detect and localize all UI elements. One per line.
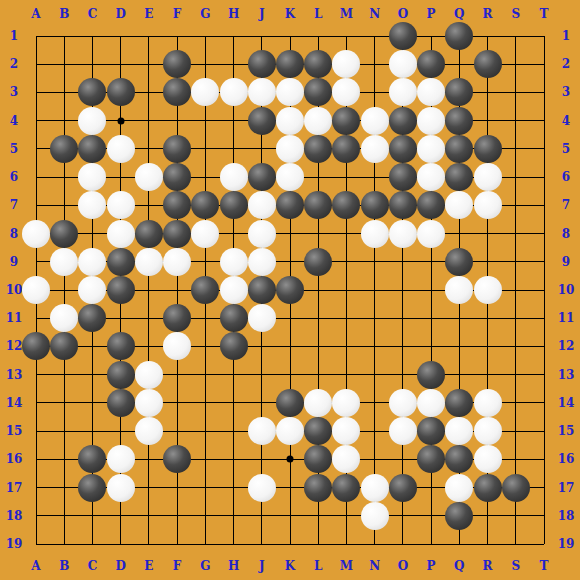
stone-white-H10 xyxy=(220,276,248,304)
column-label-top-J: J xyxy=(259,8,265,20)
column-label-bottom-D: D xyxy=(115,560,125,572)
row-label-left-16: 16 xyxy=(6,453,23,465)
stone-black-O17 xyxy=(389,474,417,502)
stone-black-A12 xyxy=(22,332,50,360)
stone-black-O7 xyxy=(389,191,417,219)
stone-white-R7 xyxy=(474,191,502,219)
stone-black-D14 xyxy=(107,389,135,417)
stone-white-R15 xyxy=(474,417,502,445)
stone-black-B5 xyxy=(50,135,78,163)
stone-white-G8 xyxy=(191,220,219,248)
stone-black-C17 xyxy=(78,474,106,502)
stone-white-P6 xyxy=(417,163,445,191)
row-label-right-17: 17 xyxy=(558,482,575,494)
stone-black-O4 xyxy=(389,107,417,135)
stone-white-J11 xyxy=(248,304,276,332)
stone-black-L16 xyxy=(304,445,332,473)
stone-white-C9 xyxy=(78,248,106,276)
stone-white-M14 xyxy=(332,389,360,417)
go-board[interactable]: ABCDEFGHJKLMNOPQRST ABCDEFGHJKLMNOPQRST … xyxy=(0,0,580,580)
stone-white-H6 xyxy=(220,163,248,191)
column-label-top-C: C xyxy=(88,8,98,20)
column-label-bottom-F: F xyxy=(173,560,182,572)
row-label-left-3: 3 xyxy=(10,86,18,98)
row-label-right-8: 8 xyxy=(562,228,570,240)
stone-black-F3 xyxy=(163,78,191,106)
row-label-left-2: 2 xyxy=(10,58,18,70)
column-label-bottom-L: L xyxy=(314,560,322,572)
stone-black-F5 xyxy=(163,135,191,163)
row-label-left-15: 15 xyxy=(6,425,23,437)
stone-white-K15 xyxy=(276,417,304,445)
column-label-top-F: F xyxy=(173,8,182,20)
stone-black-D3 xyxy=(107,78,135,106)
stone-black-Q3 xyxy=(445,78,473,106)
stone-black-D13 xyxy=(107,361,135,389)
stone-white-E15 xyxy=(135,417,163,445)
row-label-left-6: 6 xyxy=(10,171,18,183)
stone-black-R5 xyxy=(474,135,502,163)
stone-white-C10 xyxy=(78,276,106,304)
stone-black-L2 xyxy=(304,50,332,78)
column-label-top-B: B xyxy=(59,8,69,20)
star-point-d4 xyxy=(117,117,124,124)
stone-black-J2 xyxy=(248,50,276,78)
stone-black-R17 xyxy=(474,474,502,502)
stone-white-P4 xyxy=(417,107,445,135)
stone-black-H11 xyxy=(220,304,248,332)
stone-black-L5 xyxy=(304,135,332,163)
stone-black-D10 xyxy=(107,276,135,304)
stone-white-P3 xyxy=(417,78,445,106)
row-label-right-7: 7 xyxy=(562,199,570,211)
stone-white-D5 xyxy=(107,135,135,163)
stone-white-B9 xyxy=(50,248,78,276)
stone-black-J6 xyxy=(248,163,276,191)
stone-white-B11 xyxy=(50,304,78,332)
stone-black-C11 xyxy=(78,304,106,332)
stone-black-J10 xyxy=(248,276,276,304)
stone-white-J7 xyxy=(248,191,276,219)
stone-white-D8 xyxy=(107,220,135,248)
column-label-top-R: R xyxy=(483,8,493,20)
column-label-top-T: T xyxy=(540,8,549,20)
stone-black-K10 xyxy=(276,276,304,304)
stone-white-R10 xyxy=(474,276,502,304)
grid-line-vertical xyxy=(544,36,545,544)
stone-white-C6 xyxy=(78,163,106,191)
row-label-left-19: 19 xyxy=(6,538,23,550)
row-label-right-10: 10 xyxy=(558,284,575,296)
stone-white-L4 xyxy=(304,107,332,135)
row-label-left-4: 4 xyxy=(10,115,18,127)
stone-white-E9 xyxy=(135,248,163,276)
row-label-left-12: 12 xyxy=(6,340,23,352)
stone-black-Q6 xyxy=(445,163,473,191)
column-label-top-M: M xyxy=(340,8,353,20)
stone-black-D9 xyxy=(107,248,135,276)
stone-black-M4 xyxy=(332,107,360,135)
row-label-right-1: 1 xyxy=(562,30,570,42)
stone-black-E8 xyxy=(135,220,163,248)
row-label-left-5: 5 xyxy=(10,143,18,155)
row-label-left-8: 8 xyxy=(10,228,18,240)
column-label-bottom-R: R xyxy=(483,560,493,572)
stone-black-F8 xyxy=(163,220,191,248)
row-label-right-15: 15 xyxy=(558,425,575,437)
stone-black-F6 xyxy=(163,163,191,191)
stone-black-F7 xyxy=(163,191,191,219)
column-label-bottom-E: E xyxy=(144,560,153,572)
stone-white-O8 xyxy=(389,220,417,248)
row-label-right-3: 3 xyxy=(562,86,570,98)
column-label-bottom-M: M xyxy=(340,560,353,572)
grid-line-vertical xyxy=(515,36,516,544)
row-label-right-18: 18 xyxy=(558,510,575,522)
stone-black-G7 xyxy=(191,191,219,219)
stone-white-Q17 xyxy=(445,474,473,502)
stone-white-N5 xyxy=(361,135,389,163)
stone-white-O2 xyxy=(389,50,417,78)
stone-white-N8 xyxy=(361,220,389,248)
stone-white-P5 xyxy=(417,135,445,163)
stone-black-H7 xyxy=(220,191,248,219)
row-label-left-18: 18 xyxy=(6,510,23,522)
row-label-left-13: 13 xyxy=(6,369,23,381)
stone-black-J4 xyxy=(248,107,276,135)
column-label-top-D: D xyxy=(115,8,125,20)
stone-white-N17 xyxy=(361,474,389,502)
stone-white-P14 xyxy=(417,389,445,417)
grid-line-horizontal xyxy=(36,318,544,319)
stone-white-O3 xyxy=(389,78,417,106)
stone-white-J3 xyxy=(248,78,276,106)
stone-white-E6 xyxy=(135,163,163,191)
row-label-left-11: 11 xyxy=(6,312,23,324)
stone-white-O15 xyxy=(389,417,417,445)
stone-white-A10 xyxy=(22,276,50,304)
row-label-left-9: 9 xyxy=(10,256,18,268)
stone-black-M17 xyxy=(332,474,360,502)
row-label-right-2: 2 xyxy=(562,58,570,70)
stone-black-L7 xyxy=(304,191,332,219)
row-label-left-7: 7 xyxy=(10,199,18,211)
star-point-k16 xyxy=(287,456,294,463)
stone-white-E14 xyxy=(135,389,163,417)
column-label-bottom-T: T xyxy=(540,560,549,572)
stone-white-M15 xyxy=(332,417,360,445)
stone-white-P8 xyxy=(417,220,445,248)
stone-white-G3 xyxy=(191,78,219,106)
column-label-top-L: L xyxy=(314,8,322,20)
row-label-right-19: 19 xyxy=(558,538,575,550)
stone-black-L9 xyxy=(304,248,332,276)
stone-black-Q16 xyxy=(445,445,473,473)
stone-black-F11 xyxy=(163,304,191,332)
column-label-top-Q: Q xyxy=(454,8,464,20)
stone-black-G10 xyxy=(191,276,219,304)
stone-black-P13 xyxy=(417,361,445,389)
stone-white-K5 xyxy=(276,135,304,163)
column-label-bottom-G: G xyxy=(200,560,210,572)
column-label-bottom-Q: Q xyxy=(454,560,464,572)
stone-black-C5 xyxy=(78,135,106,163)
stone-white-J8 xyxy=(248,220,276,248)
stone-white-H3 xyxy=(220,78,248,106)
stone-white-F9 xyxy=(163,248,191,276)
stone-black-K14 xyxy=(276,389,304,417)
stone-white-K3 xyxy=(276,78,304,106)
stone-black-B12 xyxy=(50,332,78,360)
stone-white-N4 xyxy=(361,107,389,135)
stone-white-L14 xyxy=(304,389,332,417)
row-label-left-10: 10 xyxy=(6,284,23,296)
stone-white-Q10 xyxy=(445,276,473,304)
row-label-right-14: 14 xyxy=(558,397,575,409)
stone-white-A8 xyxy=(22,220,50,248)
stone-black-K2 xyxy=(276,50,304,78)
stone-white-N18 xyxy=(361,502,389,530)
stone-white-M3 xyxy=(332,78,360,106)
column-label-top-E: E xyxy=(144,8,153,20)
stone-black-Q1 xyxy=(445,22,473,50)
stone-black-S17 xyxy=(502,474,530,502)
stone-black-P7 xyxy=(417,191,445,219)
row-label-right-11: 11 xyxy=(558,312,575,324)
stone-black-O5 xyxy=(389,135,417,163)
column-label-bottom-J: J xyxy=(259,560,265,572)
stone-black-L17 xyxy=(304,474,332,502)
stone-black-O1 xyxy=(389,22,417,50)
stone-black-P15 xyxy=(417,417,445,445)
stone-black-H12 xyxy=(220,332,248,360)
row-label-left-14: 14 xyxy=(6,397,23,409)
column-label-bottom-N: N xyxy=(369,560,380,572)
column-label-top-H: H xyxy=(228,8,239,20)
row-label-left-17: 17 xyxy=(6,482,23,494)
stone-black-M7 xyxy=(332,191,360,219)
row-label-right-6: 6 xyxy=(562,171,570,183)
stone-white-H9 xyxy=(220,248,248,276)
stone-white-F12 xyxy=(163,332,191,360)
column-label-top-S: S xyxy=(511,8,520,20)
column-label-bottom-B: B xyxy=(59,560,69,572)
stone-white-R16 xyxy=(474,445,502,473)
grid-line-horizontal xyxy=(36,544,544,545)
stone-white-D16 xyxy=(107,445,135,473)
row-label-right-5: 5 xyxy=(562,143,570,155)
stone-white-Q7 xyxy=(445,191,473,219)
stone-white-J15 xyxy=(248,417,276,445)
stone-black-O6 xyxy=(389,163,417,191)
stone-white-E13 xyxy=(135,361,163,389)
stone-black-C16 xyxy=(78,445,106,473)
stone-black-L15 xyxy=(304,417,332,445)
stone-white-M16 xyxy=(332,445,360,473)
stone-black-N7 xyxy=(361,191,389,219)
stone-white-D17 xyxy=(107,474,135,502)
stone-black-Q18 xyxy=(445,502,473,530)
column-label-bottom-K: K xyxy=(285,560,295,572)
stone-black-Q14 xyxy=(445,389,473,417)
column-label-bottom-O: O xyxy=(398,560,408,572)
stone-black-R2 xyxy=(474,50,502,78)
stone-white-C7 xyxy=(78,191,106,219)
stone-white-J9 xyxy=(248,248,276,276)
stone-black-P16 xyxy=(417,445,445,473)
stone-black-Q4 xyxy=(445,107,473,135)
column-label-top-G: G xyxy=(200,8,210,20)
row-label-left-1: 1 xyxy=(10,30,18,42)
column-label-bottom-A: A xyxy=(31,560,40,572)
stone-white-K6 xyxy=(276,163,304,191)
stone-white-K4 xyxy=(276,107,304,135)
stone-black-P2 xyxy=(417,50,445,78)
column-label-bottom-S: S xyxy=(511,560,520,572)
stone-white-Q15 xyxy=(445,417,473,445)
stone-white-O14 xyxy=(389,389,417,417)
row-label-right-13: 13 xyxy=(558,369,575,381)
column-label-bottom-P: P xyxy=(427,560,436,572)
stone-black-K7 xyxy=(276,191,304,219)
column-label-top-O: O xyxy=(398,8,408,20)
stone-black-Q9 xyxy=(445,248,473,276)
stone-black-F16 xyxy=(163,445,191,473)
stone-black-D12 xyxy=(107,332,135,360)
stone-white-R6 xyxy=(474,163,502,191)
stone-white-M2 xyxy=(332,50,360,78)
stone-white-C4 xyxy=(78,107,106,135)
row-label-right-16: 16 xyxy=(558,453,575,465)
column-label-top-N: N xyxy=(369,8,380,20)
row-label-right-12: 12 xyxy=(558,340,575,352)
column-label-top-K: K xyxy=(285,8,295,20)
stone-black-F2 xyxy=(163,50,191,78)
stone-white-J17 xyxy=(248,474,276,502)
stone-black-B8 xyxy=(50,220,78,248)
row-label-right-9: 9 xyxy=(562,256,570,268)
column-label-top-P: P xyxy=(427,8,436,20)
stone-white-D7 xyxy=(107,191,135,219)
stone-black-C3 xyxy=(78,78,106,106)
column-label-top-A: A xyxy=(31,8,40,20)
stone-black-M5 xyxy=(332,135,360,163)
column-label-bottom-C: C xyxy=(88,560,98,572)
stone-black-Q5 xyxy=(445,135,473,163)
row-label-right-4: 4 xyxy=(562,115,570,127)
stone-black-L3 xyxy=(304,78,332,106)
column-label-bottom-H: H xyxy=(228,560,239,572)
stone-white-R14 xyxy=(474,389,502,417)
